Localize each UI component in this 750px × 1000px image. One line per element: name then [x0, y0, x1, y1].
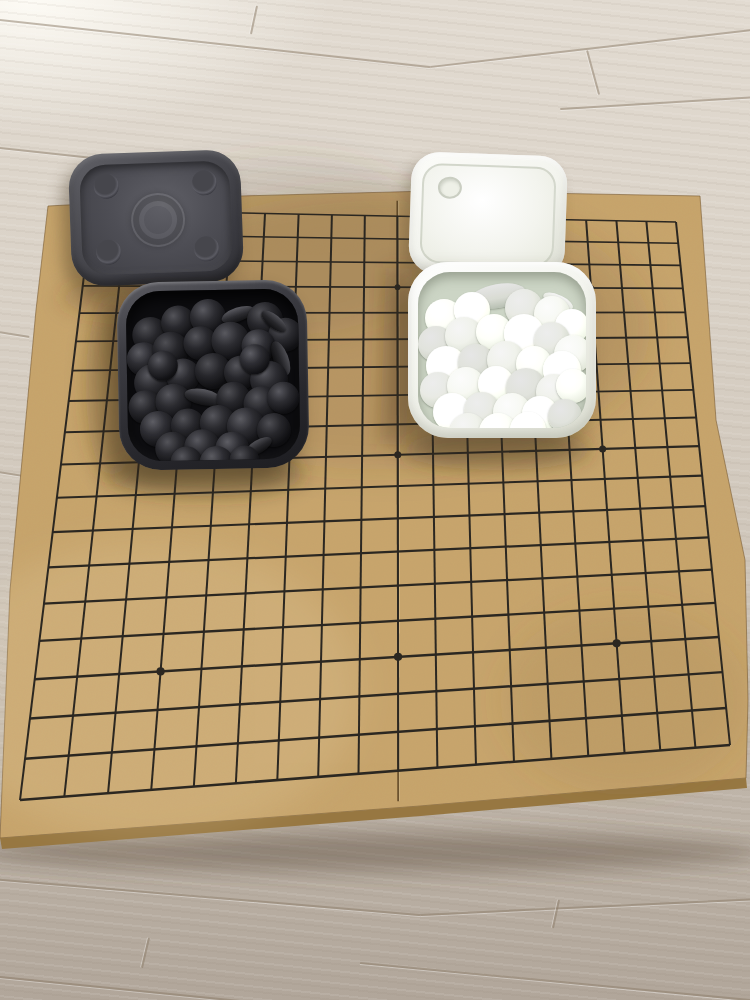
lid-maker-emboss [130, 192, 186, 248]
black-go-stone [267, 381, 300, 414]
black-bowl-lid-interior [79, 160, 233, 275]
go-board-photo [0, 0, 750, 1000]
white-stones-bowl[interactable] [408, 262, 596, 438]
white-stones-pile [418, 272, 586, 428]
white-bowl-lid [408, 151, 568, 278]
black-stones-pile [126, 289, 301, 462]
black-bowl-lid [68, 149, 245, 287]
lid-foot-dimple [191, 170, 217, 196]
go-board[interactable] [0, 0, 750, 1000]
white-go-stone [548, 399, 582, 428]
lid-foot-dimple [93, 173, 119, 199]
lid-foot-dimple [193, 236, 219, 262]
white-go-stone [556, 369, 586, 403]
black-stones-bowl[interactable] [116, 279, 309, 470]
lid-foot-dimple [95, 239, 121, 265]
white-bowl-lid-interior [419, 163, 556, 268]
lid-dimple [438, 176, 463, 199]
